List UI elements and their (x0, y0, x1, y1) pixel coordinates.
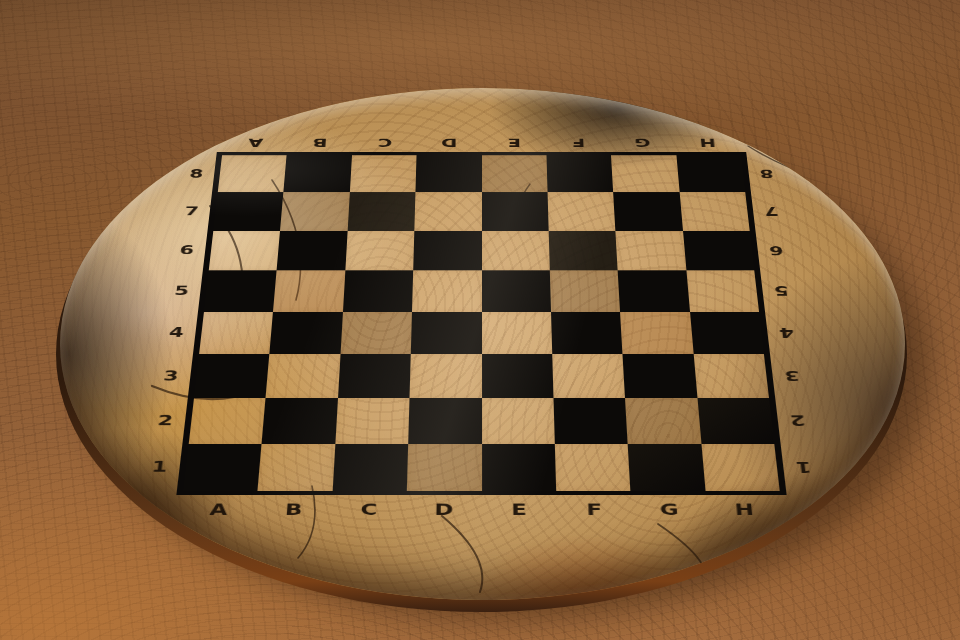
chessboard-grid (176, 152, 786, 495)
square-f6[interactable] (549, 231, 618, 271)
rank-label-left-2: 2 (148, 398, 183, 444)
square-f8[interactable] (546, 155, 613, 192)
square-h5[interactable] (686, 270, 759, 311)
rank-label-right-8: 8 (751, 155, 782, 192)
square-g1[interactable] (628, 444, 705, 491)
square-h6[interactable] (683, 231, 755, 271)
file-label-bottom-h: H (706, 500, 783, 520)
square-a4[interactable] (199, 312, 273, 354)
file-label-bottom-g: G (631, 500, 708, 520)
square-c8[interactable] (350, 155, 417, 192)
square-a5[interactable] (204, 270, 277, 311)
file-label-bottom-b: B (255, 500, 332, 520)
square-g7[interactable] (613, 192, 682, 230)
square-h4[interactable] (690, 312, 764, 354)
file-label-bottom-c: C (331, 500, 407, 520)
square-c3[interactable] (338, 354, 411, 398)
file-label-bottom-a: A (180, 500, 257, 520)
square-g6[interactable] (616, 231, 686, 271)
file-label-top-f: F (546, 135, 611, 150)
square-c1[interactable] (332, 444, 408, 491)
square-a6[interactable] (209, 231, 281, 271)
rank-label-right-3: 3 (775, 354, 809, 398)
rank-label-left-4: 4 (159, 312, 193, 354)
rank-label-right-2: 2 (780, 398, 815, 444)
rank-label-left-3: 3 (154, 354, 188, 398)
square-d4[interactable] (411, 312, 482, 354)
file-label-top-d: D (417, 135, 482, 150)
file-label-bottom-d: D (406, 500, 481, 520)
square-b8[interactable] (284, 155, 352, 192)
square-h2[interactable] (697, 398, 774, 444)
square-f4[interactable] (551, 312, 623, 354)
square-d2[interactable] (408, 398, 481, 444)
square-b2[interactable] (262, 398, 338, 444)
square-b7[interactable] (280, 192, 349, 230)
square-f3[interactable] (552, 354, 625, 398)
square-b5[interactable] (273, 270, 345, 311)
square-f5[interactable] (550, 270, 621, 311)
square-a1[interactable] (183, 444, 262, 491)
square-g5[interactable] (618, 270, 690, 311)
rank-label-left-1: 1 (141, 444, 177, 491)
square-a2[interactable] (189, 398, 266, 444)
file-label-bottom-e: E (482, 500, 557, 520)
square-e8[interactable] (482, 155, 548, 192)
square-h3[interactable] (693, 354, 769, 398)
square-e3[interactable] (482, 354, 554, 398)
square-b3[interactable] (266, 354, 340, 398)
photo-scene: ABCDEFGH ABCDEFGH 87654321 87654321 (0, 0, 960, 640)
square-f2[interactable] (553, 398, 628, 444)
rank-label-right-1: 1 (786, 444, 822, 491)
square-d7[interactable] (414, 192, 481, 230)
file-label-top-g: G (610, 135, 676, 150)
square-d1[interactable] (407, 444, 482, 491)
file-label-top-a: A (223, 135, 289, 150)
rank-label-right-6: 6 (760, 231, 792, 271)
square-d8[interactable] (416, 155, 482, 192)
square-g8[interactable] (611, 155, 679, 192)
square-c7[interactable] (347, 192, 415, 230)
square-b1[interactable] (258, 444, 335, 491)
rank-label-left-7: 7 (176, 192, 208, 230)
file-labels-top: ABCDEFGH (223, 135, 741, 150)
square-e1[interactable] (482, 444, 557, 491)
square-b6[interactable] (277, 231, 347, 271)
chessboard: ABCDEFGH ABCDEFGH 87654321 87654321 (176, 152, 786, 495)
square-a7[interactable] (213, 192, 283, 230)
square-h7[interactable] (679, 192, 749, 230)
rank-label-left-5: 5 (165, 270, 198, 311)
square-a3[interactable] (194, 354, 270, 398)
square-c4[interactable] (340, 312, 412, 354)
square-e7[interactable] (482, 192, 549, 230)
square-e2[interactable] (482, 398, 555, 444)
square-e4[interactable] (482, 312, 553, 354)
file-label-top-c: C (352, 135, 417, 150)
square-c5[interactable] (343, 270, 414, 311)
rank-label-right-5: 5 (765, 270, 798, 311)
square-d6[interactable] (413, 231, 481, 271)
square-f7[interactable] (547, 192, 615, 230)
square-b4[interactable] (270, 312, 343, 354)
file-label-top-h: H (674, 135, 740, 150)
square-c6[interactable] (345, 231, 414, 271)
file-label-top-b: B (287, 135, 353, 150)
square-e6[interactable] (482, 231, 550, 271)
square-f1[interactable] (555, 444, 631, 491)
square-g4[interactable] (620, 312, 693, 354)
rank-label-right-4: 4 (770, 312, 804, 354)
square-c2[interactable] (335, 398, 410, 444)
rank-label-left-6: 6 (170, 231, 202, 271)
square-g2[interactable] (625, 398, 701, 444)
square-h1[interactable] (701, 444, 780, 491)
rank-label-right-7: 7 (756, 192, 788, 230)
file-labels-bottom: ABCDEFGH (180, 500, 783, 520)
square-d5[interactable] (412, 270, 481, 311)
file-label-top-e: E (482, 135, 547, 150)
square-d3[interactable] (410, 354, 482, 398)
square-a8[interactable] (218, 155, 287, 192)
rank-label-left-8: 8 (181, 155, 212, 192)
square-g3[interactable] (623, 354, 697, 398)
file-label-bottom-f: F (556, 500, 632, 520)
square-h8[interactable] (676, 155, 745, 192)
square-e5[interactable] (482, 270, 551, 311)
